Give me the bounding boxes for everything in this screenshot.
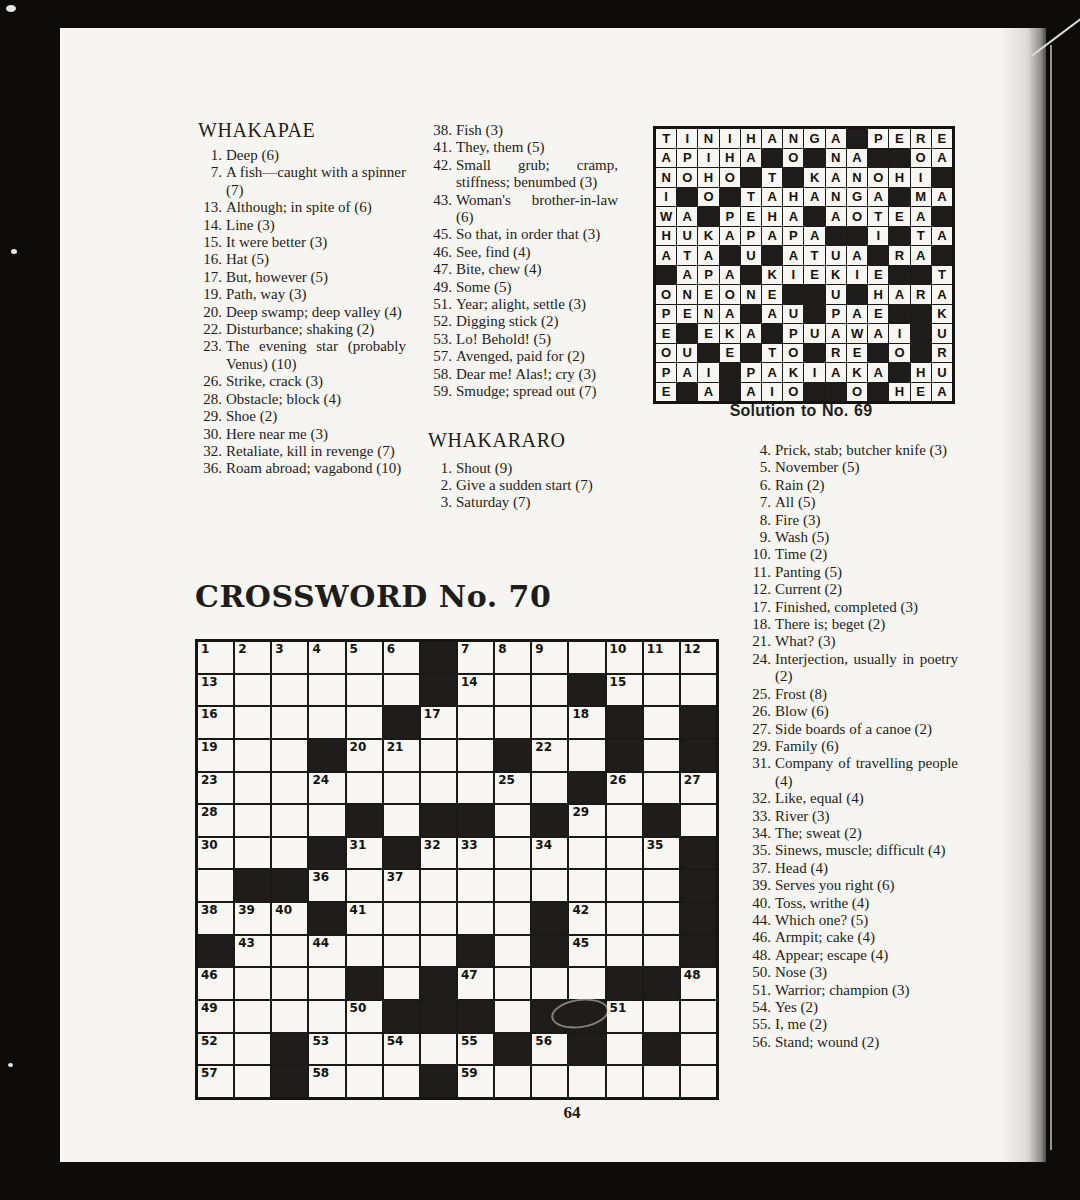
puzzle-cell-r14c13 — [644, 1066, 679, 1097]
cell-letter: A — [746, 150, 755, 165]
clue-number: 8. — [748, 512, 775, 529]
puzzle-cell-r10c2: 43 — [235, 936, 270, 967]
solution-cell-r4c4 — [720, 188, 740, 207]
solution-cell-r10c14: K — [932, 305, 952, 324]
solution-cell-r12c14: R — [932, 344, 952, 363]
cell-letter: O — [916, 150, 926, 165]
cell-letter: A — [767, 306, 776, 321]
puzzle-cell-r4c7 — [421, 740, 456, 771]
clue-29: 29.Family (6) — [748, 738, 958, 755]
puzzle-cell-r14c7 — [421, 1066, 456, 1097]
clue-3: 3.Saturday (7) — [426, 494, 618, 511]
solution-cell-r14c7: O — [783, 383, 803, 402]
cell-number: 39 — [238, 903, 255, 917]
solution-cell-r11c6 — [762, 324, 782, 343]
solution-cell-r12c10: E — [847, 344, 867, 363]
clue-text: Hat (5) — [226, 251, 406, 268]
cell-letter: E — [662, 326, 671, 341]
puzzle-cell-r3c5 — [347, 707, 382, 738]
solution-cell-r9c1: O — [656, 285, 676, 304]
puzzle-cell-r14c4: 58 — [309, 1066, 344, 1097]
puzzle-cell-r4c11 — [569, 740, 604, 771]
solution-cell-r1c11: P — [868, 129, 888, 148]
puzzle-cell-r7c4 — [309, 838, 344, 869]
clue-number: 54. — [748, 999, 775, 1016]
clue-46: 46.Armpit; cake (4) — [748, 929, 958, 946]
cell-number: 19 — [201, 740, 218, 754]
cell-letter: E — [895, 209, 904, 224]
cell-letter: H — [874, 287, 883, 302]
solution-cell-r3c13: I — [911, 168, 931, 187]
solution-cell-r8c10: I — [847, 266, 867, 285]
solution-cell-r3c6: T — [762, 168, 782, 187]
puzzle-cell-r11c10 — [532, 968, 567, 999]
solution-cell-r9c8 — [804, 285, 824, 304]
solution-cell-r8c9: K — [826, 266, 846, 285]
clue-text: Company of travelling people (4) — [775, 755, 958, 790]
solution-cell-r13c7: K — [783, 363, 803, 382]
clue-55: 55.I, me (2) — [748, 1016, 958, 1033]
puzzle-cell-r13c5 — [347, 1034, 382, 1065]
clue-45: 45.So that, in order that (3) — [426, 226, 618, 243]
puzzle-cell-r3c8 — [458, 707, 493, 738]
cell-letter: P — [747, 228, 756, 243]
puzzle-cell-r11c14: 48 — [681, 968, 716, 999]
puzzle-cell-r3c12 — [607, 707, 642, 738]
cell-letter: U — [810, 326, 819, 341]
cell-letter: E — [853, 345, 862, 360]
puzzle-cell-r11c7 — [421, 968, 456, 999]
solution-cell-r9c6: E — [762, 285, 782, 304]
solution-cell-r12c2: U — [677, 344, 697, 363]
cell-number: 55 — [461, 1034, 478, 1048]
solution-cell-r11c14: U — [932, 324, 952, 343]
cell-number: 48 — [684, 968, 701, 982]
solution-cell-r10c1: P — [656, 305, 676, 324]
clue-23: 23.The evening star (probably Venus) (10… — [196, 338, 406, 373]
solution-cell-r3c8: K — [804, 168, 824, 187]
cell-letter: E — [662, 384, 671, 399]
cell-letter: R — [916, 131, 925, 146]
clue-number: 14. — [196, 217, 226, 234]
solution-cell-r4c1: I — [656, 188, 676, 207]
puzzle-cell-r13c6: 54 — [384, 1034, 419, 1065]
solution-cell-r1c2: I — [677, 129, 697, 148]
clue-57: 57.Avenged, paid for (2) — [426, 348, 618, 365]
cell-number: 46 — [201, 968, 218, 982]
cell-number: 5 — [350, 642, 358, 656]
puzzle-cell-r10c12 — [607, 936, 642, 967]
puzzle-cell-r2c10 — [532, 675, 567, 706]
puzzle-cell-r13c8: 55 — [458, 1034, 493, 1065]
puzzle-cell-r5c9: 25 — [495, 773, 530, 804]
cell-letter: A — [661, 150, 670, 165]
cell-letter: E — [704, 326, 713, 341]
solution-cell-r8c12 — [889, 266, 909, 285]
cell-letter: E — [747, 209, 756, 224]
cell-letter: A — [767, 131, 776, 146]
cell-letter: A — [725, 306, 734, 321]
cell-letter: U — [683, 228, 692, 243]
cell-letter: P — [789, 326, 798, 341]
cell-number: 15 — [610, 675, 627, 689]
cell-letter: E — [916, 384, 925, 399]
clue-4: 4.Prick, stab; butcher knife (3) — [748, 442, 958, 459]
cell-letter: E — [725, 345, 734, 360]
solution-cell-r6c3: K — [698, 227, 718, 246]
solution-cell-r2c8 — [804, 149, 824, 168]
puzzle-cell-r6c3 — [272, 805, 307, 836]
solution-cell-r7c6 — [762, 246, 782, 265]
clue-number: 24. — [748, 651, 775, 686]
puzzle-cell-r13c11 — [569, 1034, 604, 1065]
cell-letter: G — [852, 189, 862, 204]
clue-number: 46. — [748, 929, 775, 946]
cell-letter: H — [725, 150, 734, 165]
solution-cell-r8c8: E — [804, 266, 824, 285]
puzzle-cell-r6c8 — [458, 805, 493, 836]
clue-34: 34.The; sweat (2) — [748, 825, 958, 842]
puzzle-cell-r6c4 — [309, 805, 344, 836]
cell-number: 9 — [535, 642, 543, 656]
clue-37: 37.Head (4) — [748, 860, 958, 877]
solution-cell-r9c3: E — [698, 285, 718, 304]
puzzle-cell-r7c12 — [607, 838, 642, 869]
cell-letter: N — [789, 131, 798, 146]
cell-number: 51 — [610, 1001, 627, 1015]
puzzle-cell-r8c3 — [272, 870, 307, 901]
solution-caption: Solution to No. 69 — [653, 402, 949, 420]
cell-number: 45 — [572, 936, 589, 950]
clue-text: Line (3) — [226, 217, 406, 234]
cell-letter: N — [852, 170, 861, 185]
cell-letter: A — [852, 248, 861, 263]
clue-number: 17. — [748, 599, 775, 616]
puzzle-cell-r4c10: 22 — [532, 740, 567, 771]
cell-number: 17 — [424, 707, 441, 721]
cell-letter: E — [810, 267, 819, 282]
puzzle-cell-r2c6 — [384, 675, 419, 706]
solution-cell-r12c8 — [804, 344, 824, 363]
cell-letter: H — [916, 365, 925, 380]
solution-cell-r3c11: O — [868, 168, 888, 187]
clue-text: Yes (2) — [775, 999, 958, 1016]
clue-51: 51.Year; alight, settle (3) — [426, 296, 618, 313]
solution-cell-r4c2 — [677, 188, 697, 207]
cell-letter: K — [810, 170, 819, 185]
solution-cell-r13c6: A — [762, 363, 782, 382]
puzzle-cell-r14c8: 59 — [458, 1066, 493, 1097]
puzzle-cell-r8c2 — [235, 870, 270, 901]
puzzle-cell-r1c5: 5 — [347, 642, 382, 673]
clue-number: 22. — [196, 321, 226, 338]
solution-cell-r1c8: G — [804, 129, 824, 148]
across-clues-column: WHAKAPAE 1.Deep (6)7.A fish—caught with … — [196, 119, 406, 478]
clue-text: Time (2) — [775, 546, 958, 563]
puzzle-cell-r10c11: 45 — [569, 936, 604, 967]
solution-cell-r8c5 — [741, 266, 761, 285]
puzzle-cell-r12c7 — [421, 1001, 456, 1032]
solution-cell-r2c4: H — [720, 149, 740, 168]
solution-cell-r9c7 — [783, 285, 803, 304]
solution-cell-r6c12 — [889, 227, 909, 246]
puzzle-cell-r9c10 — [532, 903, 567, 934]
clue-number: 32. — [196, 443, 226, 460]
solution-cell-r5c12: E — [889, 207, 909, 226]
cell-letter: A — [810, 189, 819, 204]
solution-cell-r2c14: A — [932, 149, 952, 168]
solution-cell-r5c2: A — [677, 207, 697, 226]
solution-cell-r7c2: T — [677, 246, 697, 265]
cell-letter: P — [683, 150, 692, 165]
puzzle-cell-r4c2 — [235, 740, 270, 771]
cell-number: 16 — [201, 707, 218, 721]
cell-letter: N — [683, 287, 692, 302]
cell-number: 41 — [350, 903, 367, 917]
solution-cell-r10c6: A — [762, 305, 782, 324]
clue-number: 29. — [748, 738, 775, 755]
cell-letter: U — [831, 248, 840, 263]
clue-text: Which one? (5) — [775, 912, 958, 929]
clue-33: 33.River (3) — [748, 808, 958, 825]
cell-letter: U — [937, 365, 946, 380]
solution-cell-r1c12: E — [889, 129, 909, 148]
cell-letter: P — [747, 365, 756, 380]
clue-text: Prick, stab; butcher knife (3) — [775, 442, 958, 459]
puzzle-cell-r6c14 — [681, 805, 716, 836]
solution-cell-r4c10: G — [847, 188, 867, 207]
cell-letter: O — [661, 345, 671, 360]
clue-number: 47. — [426, 261, 456, 278]
clue-31: 31.Company of travelling people (4) — [748, 755, 958, 790]
puzzle-cell-r4c12 — [607, 740, 642, 771]
solution-cell-r1c10 — [847, 129, 867, 148]
solution-cell-r7c3: A — [698, 246, 718, 265]
cell-number: 6 — [387, 642, 395, 656]
puzzle-cell-r7c5: 31 — [347, 838, 382, 869]
clue-54: 54.Yes (2) — [748, 999, 958, 1016]
solution-cell-r14c6: I — [762, 383, 782, 402]
cell-letter: K — [789, 365, 798, 380]
clue-text: Dear me! Alas!; cry (3) — [456, 366, 618, 383]
clue-text: Here near me (3) — [226, 426, 406, 443]
clue-text: Woman's brother-in-law (6) — [456, 192, 618, 227]
puzzle-cell-r7c6 — [384, 838, 419, 869]
cell-letter: A — [831, 209, 840, 224]
cell-letter: A — [789, 248, 798, 263]
puzzle-cell-r6c6 — [384, 805, 419, 836]
scan-border-top — [0, 0, 1080, 28]
cell-number: 54 — [387, 1034, 404, 1048]
scan-border-bottom — [0, 1162, 1080, 1200]
solution-cell-r8c4: A — [720, 266, 740, 285]
cell-letter: A — [767, 365, 776, 380]
puzzle-cell-r5c6 — [384, 773, 419, 804]
cell-letter: A — [874, 326, 883, 341]
cell-letter: A — [683, 365, 692, 380]
clue-27: 27.Side boards of a canoe (2) — [748, 721, 958, 738]
cell-letter: T — [683, 248, 691, 263]
solution-cell-r14c3: A — [698, 383, 718, 402]
across-clue-list-part2: 38.Fish (3)41.They, them (5)42.Small gru… — [426, 122, 618, 401]
clue-number: 33. — [748, 808, 775, 825]
clue-number: 23. — [196, 338, 226, 373]
clue-number: 49. — [426, 279, 456, 296]
puzzle-cell-r12c8 — [458, 1001, 493, 1032]
cell-letter: O — [852, 384, 862, 399]
cell-number: 27 — [684, 773, 701, 787]
puzzle-cell-r4c6: 21 — [384, 740, 419, 771]
puzzle-title: CROSSWORD No. 70 — [195, 579, 551, 614]
puzzle-cell-r10c1 — [198, 936, 233, 967]
cell-letter: R — [895, 248, 904, 263]
solution-cell-r2c6 — [762, 149, 782, 168]
solution-cell-r8c7: I — [783, 266, 803, 285]
cell-number: 2 — [238, 642, 246, 656]
solution-cell-r8c11: E — [868, 266, 888, 285]
puzzle-cell-r9c14 — [681, 903, 716, 934]
solution-cell-r2c11 — [868, 149, 888, 168]
solution-cell-r3c7 — [783, 168, 803, 187]
puzzle-cell-r3c9 — [495, 707, 530, 738]
puzzle-cell-r13c4: 53 — [309, 1034, 344, 1065]
puzzle-cell-r9c2: 39 — [235, 903, 270, 934]
clue-30: 30.Here near me (3) — [196, 426, 406, 443]
cell-letter: A — [704, 384, 713, 399]
solution-cell-r1c6: A — [762, 129, 782, 148]
solution-cell-r11c10: W — [847, 324, 867, 343]
solution-cell-r8c1 — [656, 266, 676, 285]
solution-cell-r1c1: T — [656, 129, 676, 148]
puzzle-cell-r13c13 — [644, 1034, 679, 1065]
solution-cell-r11c12: I — [889, 324, 909, 343]
cell-number: 23 — [201, 773, 218, 787]
puzzle-cell-r7c8: 33 — [458, 838, 493, 869]
clue-text: The evening star (probably Venus) (10) — [226, 338, 406, 373]
solution-cell-r1c5: H — [741, 129, 761, 148]
solution-cell-r4c3: O — [698, 188, 718, 207]
cell-letter: E — [768, 287, 777, 302]
solution-cell-r2c5: A — [741, 149, 761, 168]
clue-32: 32.Retaliate, kill in revenge (7) — [196, 443, 406, 460]
clue-text: Panting (5) — [775, 564, 958, 581]
puzzle-cell-r12c1: 49 — [198, 1001, 233, 1032]
cell-number: 49 — [201, 1001, 218, 1015]
solution-cell-r5c6: H — [762, 207, 782, 226]
page-number: 64 — [549, 1103, 595, 1123]
clue-number: 3. — [426, 494, 456, 511]
puzzle-cell-r5c13 — [644, 773, 679, 804]
solution-cell-r5c14 — [932, 207, 952, 226]
solution-cell-r10c8 — [804, 305, 824, 324]
clue-text: There is; beget (2) — [775, 616, 958, 633]
clue-29: 29.Shoe (2) — [196, 408, 406, 425]
puzzle-cell-r11c1: 46 — [198, 968, 233, 999]
puzzle-cell-r14c14 — [681, 1066, 716, 1097]
solution-cell-r5c11: T — [868, 207, 888, 226]
clue-text: Deep swamp; deep valley (4) — [226, 304, 406, 321]
clue-text: Wash (5) — [775, 529, 958, 546]
solution-cell-r5c9: A — [826, 207, 846, 226]
clue-number: 45. — [426, 226, 456, 243]
puzzle-cell-r1c10: 9 — [532, 642, 567, 673]
scan-speck — [6, 5, 16, 12]
puzzle-cell-r9c4 — [309, 903, 344, 934]
solution-cell-r11c9: A — [826, 324, 846, 343]
puzzle-cell-r7c3 — [272, 838, 307, 869]
puzzle-cell-r9c3: 40 — [272, 903, 307, 934]
puzzle-cell-r10c13 — [644, 936, 679, 967]
cell-letter: E — [895, 131, 904, 146]
solution-cell-r7c7: A — [783, 246, 803, 265]
clue-number: 2. — [426, 477, 456, 494]
clue-43: 43.Woman's brother-in-law (6) — [426, 192, 618, 227]
solution-cell-r9c11: H — [868, 285, 888, 304]
clue-number: 31. — [748, 755, 775, 790]
puzzle-cell-r1c12: 10 — [607, 642, 642, 673]
cell-letter: I — [664, 189, 668, 204]
solution-cell-r6c6: A — [762, 227, 782, 246]
cell-letter: H — [895, 384, 904, 399]
solution-cell-r9c4: O — [720, 285, 740, 304]
scan-speck — [11, 249, 17, 254]
puzzle-cell-r2c14 — [681, 675, 716, 706]
puzzle-cell-r13c14 — [681, 1034, 716, 1065]
clue-number: 29. — [196, 408, 226, 425]
cell-letter: H — [746, 131, 755, 146]
clue-number: 19. — [196, 286, 226, 303]
clue-number: 36. — [196, 460, 226, 477]
cell-letter: O — [725, 287, 735, 302]
puzzle-cell-r3c4 — [309, 707, 344, 738]
cell-letter: A — [767, 228, 776, 243]
puzzle-cell-r5c5 — [347, 773, 382, 804]
cell-letter: E — [874, 306, 883, 321]
puzzle-cell-r12c9 — [495, 1001, 530, 1032]
clue-28: 28.Obstacle; block (4) — [196, 391, 406, 408]
clue-text: November (5) — [775, 459, 958, 476]
puzzle-cell-r13c1: 52 — [198, 1034, 233, 1065]
puzzle-cell-r1c8: 7 — [458, 642, 493, 673]
cell-number: 33 — [461, 838, 478, 852]
puzzle-cell-r5c4: 24 — [309, 773, 344, 804]
puzzle-cell-r7c2 — [235, 838, 270, 869]
puzzle-cell-r2c8: 14 — [458, 675, 493, 706]
cell-letter: T — [811, 248, 819, 263]
cell-letter: K — [852, 365, 861, 380]
puzzle-cell-r13c12 — [607, 1034, 642, 1065]
cell-letter: N — [746, 287, 755, 302]
solution-cell-r10c9: P — [826, 305, 846, 324]
puzzle-cell-r5c14: 27 — [681, 773, 716, 804]
cell-number: 34 — [535, 838, 552, 852]
puzzle-cell-r3c10 — [532, 707, 567, 738]
clue-number: 42. — [426, 157, 456, 192]
clue-40: 40.Toss, writhe (4) — [748, 895, 958, 912]
solution-cell-r4c14: A — [932, 188, 952, 207]
solution-cell-r12c13 — [911, 344, 931, 363]
scan-border-left — [0, 0, 60, 1200]
puzzle-cell-r12c13 — [644, 1001, 679, 1032]
cell-letter: A — [683, 209, 692, 224]
puzzle-cell-r12c5: 50 — [347, 1001, 382, 1032]
clue-24: 24.Interjection, usually in poetry (2) — [748, 651, 958, 686]
cell-letter: A — [831, 170, 840, 185]
clue-text: They, them (5) — [456, 139, 618, 156]
cell-letter: O — [661, 287, 671, 302]
cell-letter: A — [683, 267, 692, 282]
solution-cell-r11c3: E — [698, 324, 718, 343]
